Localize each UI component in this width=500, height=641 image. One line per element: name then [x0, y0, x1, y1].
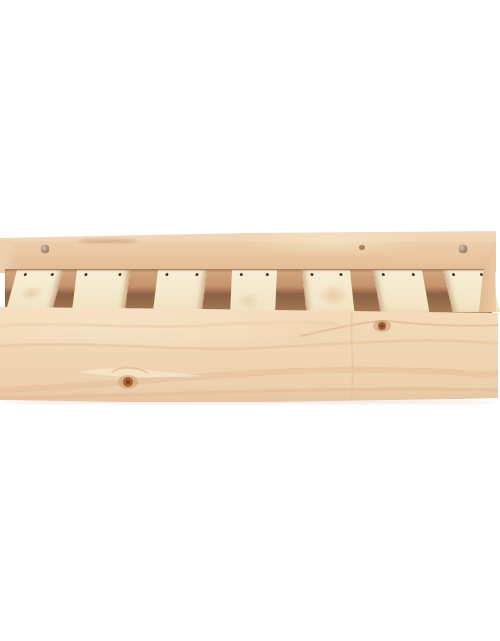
- slat-3: [153, 270, 207, 312]
- back-rail: [0, 228, 496, 272]
- slat-screw-icon: [165, 273, 168, 276]
- slat-screw-icon: [412, 273, 416, 276]
- slat-5: [302, 270, 354, 312]
- slat-screw-icon: [310, 273, 313, 276]
- slat-screw-icon: [266, 273, 269, 276]
- slat-2: [72, 270, 130, 312]
- back-rail-knot: [359, 245, 365, 250]
- slat-screw-icon: [23, 273, 27, 276]
- slat-6: [373, 270, 429, 312]
- slat-screw-icon: [452, 273, 456, 276]
- screw-icon: [459, 245, 467, 253]
- slat-screw-icon: [84, 273, 87, 276]
- slat-screw-icon: [118, 273, 121, 276]
- slat-screw-icon: [240, 273, 243, 276]
- screw-icon: [41, 245, 49, 253]
- front-rail: [0, 306, 500, 404]
- slat-screw-icon: [195, 273, 198, 276]
- slat-screw-icon: [50, 273, 54, 276]
- back-rail-grain-streak: [78, 239, 138, 243]
- product-photo: [0, 0, 500, 641]
- wood-grain-graphic: [0, 306, 500, 404]
- slat-screw-icon: [382, 273, 386, 276]
- slat-4: [230, 270, 277, 312]
- slat-screw-icon: [339, 273, 342, 276]
